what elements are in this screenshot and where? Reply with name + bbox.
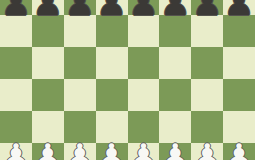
square-a5[interactable] [0,47,32,79]
square-e2[interactable]: ♟ [128,143,160,160]
square-e7[interactable]: ♟ [128,0,160,15]
square-b2[interactable]: ♟ [32,143,64,160]
black-pawn-c7[interactable]: ♟ [64,0,94,19]
square-c5[interactable] [64,47,96,79]
square-f4[interactable] [159,79,191,111]
white-pawn-d2[interactable]: ♟ [96,140,126,160]
square-d5[interactable] [96,47,128,79]
black-pawn-h7[interactable]: ♟ [224,0,254,19]
board-viewport: ♟♟♟♟♟♟♟♟♟♟♟♟♟♟♟♟ [0,0,255,160]
square-d7[interactable]: ♟ [96,0,128,15]
white-pawn-c2[interactable]: ♟ [64,140,94,160]
black-pawn-a7[interactable]: ♟ [1,0,31,19]
square-d4[interactable] [96,79,128,111]
square-h7[interactable]: ♟ [223,0,255,15]
square-f2[interactable]: ♟ [159,143,191,160]
square-g2[interactable]: ♟ [191,143,223,160]
square-c4[interactable] [64,79,96,111]
black-pawn-f7[interactable]: ♟ [160,0,190,19]
square-g5[interactable] [191,47,223,79]
chess-board: ♟♟♟♟♟♟♟♟♟♟♟♟♟♟♟♟ [0,0,255,160]
square-f5[interactable] [159,47,191,79]
square-a4[interactable] [0,79,32,111]
white-pawn-f2[interactable]: ♟ [160,140,190,160]
square-c7[interactable]: ♟ [64,0,96,15]
square-d2[interactable]: ♟ [96,143,128,160]
white-pawn-b2[interactable]: ♟ [33,140,63,160]
square-b7[interactable]: ♟ [32,0,64,15]
square-b5[interactable] [32,47,64,79]
white-pawn-a2[interactable]: ♟ [1,140,31,160]
square-a2[interactable]: ♟ [0,143,32,160]
square-a7[interactable]: ♟ [0,0,32,15]
square-g4[interactable] [191,79,223,111]
square-c2[interactable]: ♟ [64,143,96,160]
square-f7[interactable]: ♟ [159,0,191,15]
white-pawn-e2[interactable]: ♟ [128,140,158,160]
square-b4[interactable] [32,79,64,111]
square-e4[interactable] [128,79,160,111]
white-pawn-h2[interactable]: ♟ [224,140,254,160]
black-pawn-e7[interactable]: ♟ [128,0,158,19]
square-h4[interactable] [223,79,255,111]
black-pawn-b7[interactable]: ♟ [33,0,63,19]
white-pawn-g2[interactable]: ♟ [192,140,222,160]
black-pawn-d7[interactable]: ♟ [96,0,126,19]
square-g7[interactable]: ♟ [191,0,223,15]
square-h2[interactable]: ♟ [223,143,255,160]
square-e5[interactable] [128,47,160,79]
square-h5[interactable] [223,47,255,79]
black-pawn-g7[interactable]: ♟ [192,0,222,19]
